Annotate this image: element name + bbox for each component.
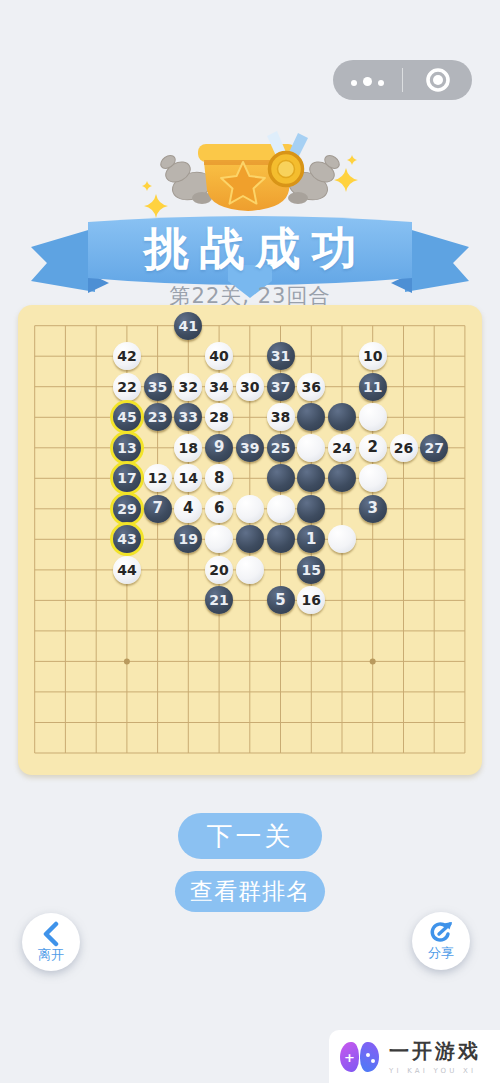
stone-preset-black bbox=[267, 464, 295, 492]
stone-preset-white bbox=[236, 556, 264, 584]
screen: 挑战成功 第22关, 23回合 414240311022353234303736… bbox=[0, 0, 500, 1083]
stone-move-11: 11 bbox=[359, 373, 387, 401]
stone-move-17: 17 bbox=[113, 464, 141, 492]
stone-move-39: 39 bbox=[236, 434, 264, 462]
banner-title: 挑战成功 bbox=[25, 219, 475, 279]
stone-move-29: 29 bbox=[113, 495, 141, 523]
back-chevron-icon bbox=[42, 921, 60, 947]
stone-move-20: 20 bbox=[205, 556, 233, 584]
stone-move-10: 10 bbox=[359, 342, 387, 370]
stone-preset-white bbox=[236, 495, 264, 523]
stone-move-18: 18 bbox=[174, 434, 202, 462]
stone-move-34: 34 bbox=[205, 373, 233, 401]
brain-gamepad-logo-icon: + bbox=[339, 1039, 381, 1075]
stone-move-45: 45 bbox=[113, 403, 141, 431]
watermark-latin: YI KAI YOU XI bbox=[389, 1067, 481, 1075]
stone-move-43: 43 bbox=[113, 525, 141, 553]
stone-preset-black bbox=[297, 495, 325, 523]
exit-button[interactable] bbox=[403, 60, 472, 100]
share-button[interactable]: 分享 bbox=[412, 912, 470, 970]
stone-preset-white bbox=[359, 464, 387, 492]
stone-move-38: 38 bbox=[267, 403, 295, 431]
stone-move-44: 44 bbox=[113, 556, 141, 584]
stone-move-36: 36 bbox=[297, 373, 325, 401]
stone-preset-black bbox=[267, 525, 295, 553]
stone-move-12: 12 bbox=[144, 464, 172, 492]
leave-button[interactable]: 离开 bbox=[22, 913, 80, 971]
stone-move-23: 23 bbox=[144, 403, 172, 431]
stone-move-32: 32 bbox=[174, 373, 202, 401]
stone-move-13: 13 bbox=[113, 434, 141, 462]
group-ranking-button[interactable]: 查看群排名 bbox=[175, 871, 325, 912]
stone-move-3: 3 bbox=[359, 495, 387, 523]
stone-move-7: 7 bbox=[144, 495, 172, 523]
stone-move-4: 4 bbox=[174, 495, 202, 523]
stone-move-27: 27 bbox=[420, 434, 448, 462]
circle-dot-icon bbox=[423, 65, 453, 95]
stone-move-31: 31 bbox=[267, 342, 295, 370]
wechat-capsule bbox=[333, 60, 472, 100]
stone-move-9: 9 bbox=[205, 434, 233, 462]
stone-move-15: 15 bbox=[297, 556, 325, 584]
gomoku-board: 4142403110223532343037361145233328381318… bbox=[18, 305, 482, 775]
stone-preset-black bbox=[236, 525, 264, 553]
medal-icon bbox=[267, 131, 308, 186]
stone-move-26: 26 bbox=[390, 434, 418, 462]
stone-preset-white bbox=[267, 495, 295, 523]
stone-move-6: 6 bbox=[205, 495, 233, 523]
stone-move-35: 35 bbox=[144, 373, 172, 401]
watermark: + 一开游戏 YI KAI YOU XI bbox=[329, 1030, 500, 1083]
watermark-brand: 一开游戏 bbox=[389, 1038, 481, 1065]
stone-move-42: 42 bbox=[113, 342, 141, 370]
stone-move-25: 25 bbox=[267, 434, 295, 462]
stone-move-2: 2 bbox=[359, 434, 387, 462]
stone-move-41: 41 bbox=[174, 312, 202, 340]
stone-preset-white bbox=[297, 434, 325, 462]
more-button[interactable] bbox=[333, 60, 402, 100]
stone-move-24: 24 bbox=[328, 434, 356, 462]
more-icon bbox=[348, 71, 387, 90]
leave-label: 离开 bbox=[38, 946, 64, 964]
stone-preset-white bbox=[359, 403, 387, 431]
share-label: 分享 bbox=[428, 944, 454, 962]
stone-move-5: 5 bbox=[267, 586, 295, 614]
stone-move-37: 37 bbox=[267, 373, 295, 401]
stone-move-30: 30 bbox=[236, 373, 264, 401]
share-icon bbox=[428, 921, 454, 945]
stone-move-22: 22 bbox=[113, 373, 141, 401]
next-level-button[interactable]: 下一关 bbox=[178, 813, 322, 859]
